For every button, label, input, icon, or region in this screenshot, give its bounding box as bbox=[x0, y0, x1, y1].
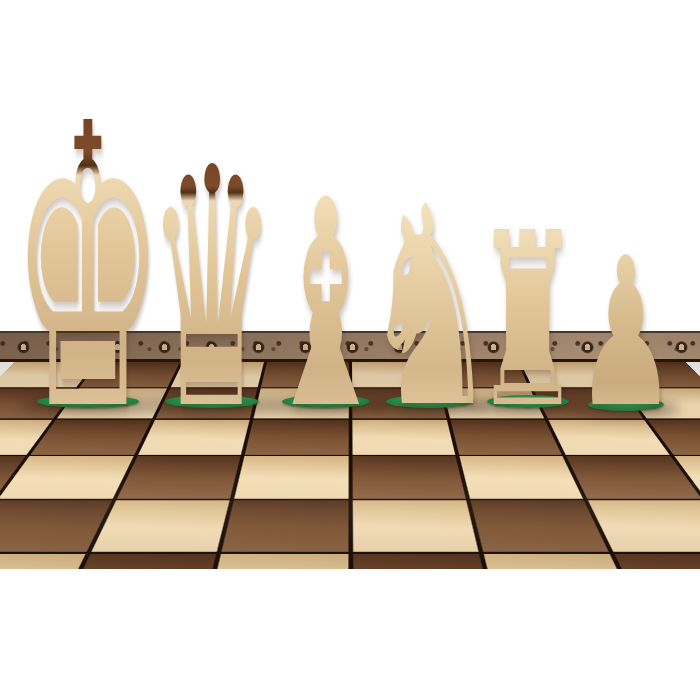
board-square bbox=[0, 554, 85, 569]
board-square bbox=[170, 362, 264, 388]
board-square bbox=[206, 554, 348, 569]
board-square bbox=[91, 500, 230, 552]
board-square bbox=[470, 500, 609, 552]
board-square bbox=[442, 389, 544, 419]
board-grid bbox=[0, 362, 700, 569]
board-square bbox=[436, 362, 530, 388]
board-square bbox=[533, 389, 642, 419]
board-square bbox=[138, 420, 250, 455]
board-square bbox=[261, 362, 348, 388]
board-square bbox=[352, 456, 466, 498]
board-square bbox=[459, 456, 583, 498]
board-square bbox=[605, 362, 700, 388]
board-square bbox=[352, 362, 439, 388]
board-square bbox=[352, 420, 455, 455]
board-square bbox=[352, 389, 447, 419]
board-square bbox=[222, 500, 348, 552]
board-square bbox=[254, 389, 349, 419]
board-square bbox=[520, 362, 620, 388]
board-square bbox=[245, 420, 348, 455]
chess-board bbox=[0, 331, 700, 569]
board-square bbox=[234, 456, 348, 498]
board-square bbox=[615, 554, 700, 569]
board-square bbox=[352, 554, 494, 569]
product-photo: ♚♛♝♞♜♟ bbox=[0, 0, 700, 700]
board-square bbox=[80, 362, 180, 388]
board-square bbox=[57, 389, 166, 419]
board-square bbox=[155, 389, 257, 419]
board-square bbox=[352, 500, 478, 552]
board-square bbox=[450, 420, 562, 455]
board-square bbox=[117, 456, 241, 498]
board-back-rail bbox=[0, 331, 700, 362]
